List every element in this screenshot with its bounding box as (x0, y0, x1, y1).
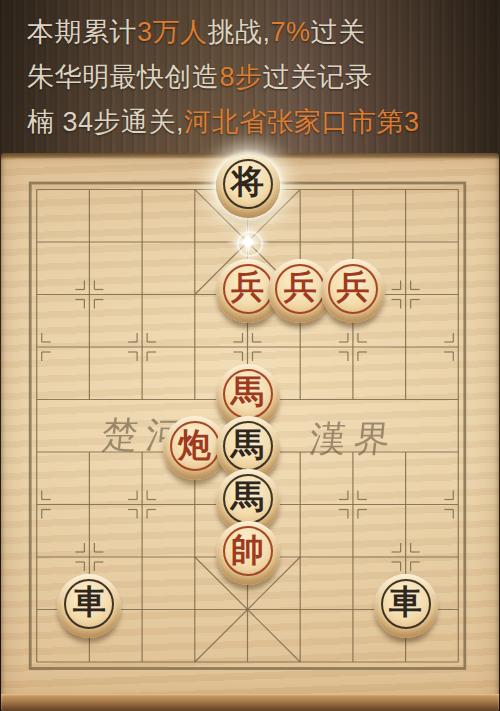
stats-line-3: 楠 34步通关,河北省张家口市第3 (27, 100, 496, 145)
stats-text: 过关 (311, 17, 366, 47)
stats-text: 朱华明最快创造 (27, 62, 220, 92)
last-move-sparkle (226, 220, 270, 264)
sparkle-core (243, 237, 253, 247)
xiangqi-puzzle-screen: 本期累计3万人挑战,7%过关 朱华明最快创造8步过关记录 楠 34步通关,河北省… (0, 0, 500, 711)
puzzle-stats-header: 本期累计3万人挑战,7%过关 朱华明最快创造8步过关记录 楠 34步通关,河北省… (27, 10, 496, 145)
stats-number: 3万人 (137, 17, 208, 47)
stats-text: 楠 34步通关, (27, 107, 184, 137)
piece-red-兵[interactable]: 兵 (321, 259, 385, 323)
piece-glyph: 馬 (216, 367, 280, 419)
stats-line-2: 朱华明最快创造8步过关记录 (27, 55, 496, 100)
piece-red-帥[interactable]: 帥 (216, 521, 280, 585)
piece-black-車[interactable]: 車 (374, 574, 438, 638)
piece-glyph: 帥 (216, 524, 280, 576)
stats-text: 过关记录 (263, 62, 373, 92)
piece-glyph: 馬 (216, 472, 280, 524)
piece-glyph: 兵 (321, 262, 385, 314)
piece-glyph: 将 (216, 157, 280, 209)
river-label-han-jie: 漢界 (307, 415, 400, 464)
piece-glyph: 車 (57, 577, 121, 629)
stats-number: 8步 (220, 62, 263, 92)
stats-text: 本期累计 (27, 17, 137, 47)
stats-number: 7% (271, 17, 311, 47)
piece-black-将[interactable]: 将 (216, 154, 280, 218)
stats-text: 挑战, (208, 17, 271, 47)
piece-glyph: 車 (374, 577, 438, 629)
stats-line-1: 本期累计3万人挑战,7%过关 (27, 10, 496, 55)
stats-region: 河北省张家口市第3 (184, 107, 420, 137)
piece-black-車[interactable]: 車 (57, 574, 121, 638)
piece-glyph: 馬 (216, 419, 280, 471)
